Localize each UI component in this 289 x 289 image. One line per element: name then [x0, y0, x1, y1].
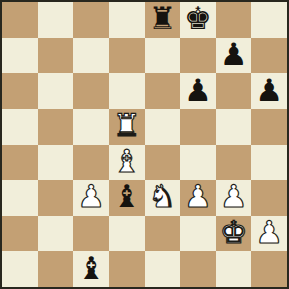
- square-f4[interactable]: [180, 145, 216, 181]
- square-a1[interactable]: [2, 251, 38, 287]
- square-g7[interactable]: ♟: [216, 38, 252, 74]
- black-king[interactable]: ♚: [184, 3, 212, 34]
- white-pawn[interactable]: ♟: [220, 181, 248, 212]
- square-d7[interactable]: [109, 38, 145, 74]
- black-pawn[interactable]: ♟: [184, 75, 212, 106]
- square-f1[interactable]: [180, 251, 216, 287]
- square-e2[interactable]: [145, 216, 181, 252]
- square-b8[interactable]: [38, 2, 74, 38]
- square-h7[interactable]: [251, 38, 287, 74]
- square-a3[interactable]: [2, 180, 38, 216]
- square-d1[interactable]: [109, 251, 145, 287]
- square-b6[interactable]: [38, 73, 74, 109]
- square-d3[interactable]: ♝: [109, 180, 145, 216]
- square-f2[interactable]: [180, 216, 216, 252]
- square-g1[interactable]: [216, 251, 252, 287]
- white-knight[interactable]: ♞: [148, 181, 176, 212]
- square-d2[interactable]: [109, 216, 145, 252]
- square-e3[interactable]: ♞: [145, 180, 181, 216]
- square-a8[interactable]: [2, 2, 38, 38]
- square-c4[interactable]: [73, 145, 109, 181]
- square-a4[interactable]: [2, 145, 38, 181]
- square-c6[interactable]: [73, 73, 109, 109]
- white-pawn[interactable]: ♟: [77, 181, 105, 212]
- square-h3[interactable]: [251, 180, 287, 216]
- square-h4[interactable]: [251, 145, 287, 181]
- square-c3[interactable]: ♟: [73, 180, 109, 216]
- black-rook[interactable]: ♜: [148, 3, 176, 34]
- square-f8[interactable]: ♚: [180, 2, 216, 38]
- square-e4[interactable]: [145, 145, 181, 181]
- square-f6[interactable]: ♟: [180, 73, 216, 109]
- white-rook[interactable]: ♜: [113, 110, 141, 141]
- black-bishop[interactable]: ♝: [77, 253, 105, 284]
- square-h8[interactable]: [251, 2, 287, 38]
- square-a6[interactable]: [2, 73, 38, 109]
- square-b1[interactable]: [38, 251, 74, 287]
- square-h1[interactable]: [251, 251, 287, 287]
- square-g3[interactable]: ♟: [216, 180, 252, 216]
- square-b2[interactable]: [38, 216, 74, 252]
- white-bishop[interactable]: ♝: [113, 146, 141, 177]
- square-h2[interactable]: ♟: [251, 216, 287, 252]
- square-d4[interactable]: ♝: [109, 145, 145, 181]
- square-c8[interactable]: [73, 2, 109, 38]
- square-d6[interactable]: [109, 73, 145, 109]
- square-e8[interactable]: ♜: [145, 2, 181, 38]
- white-king[interactable]: ♚: [220, 217, 248, 248]
- square-c1[interactable]: ♝: [73, 251, 109, 287]
- square-e6[interactable]: [145, 73, 181, 109]
- square-f5[interactable]: [180, 109, 216, 145]
- square-a2[interactable]: [2, 216, 38, 252]
- square-f3[interactable]: ♟: [180, 180, 216, 216]
- square-c7[interactable]: [73, 38, 109, 74]
- square-e7[interactable]: [145, 38, 181, 74]
- square-a5[interactable]: [2, 109, 38, 145]
- square-g6[interactable]: [216, 73, 252, 109]
- square-h6[interactable]: ♟: [251, 73, 287, 109]
- square-g5[interactable]: [216, 109, 252, 145]
- white-pawn[interactable]: ♟: [255, 217, 283, 248]
- square-d8[interactable]: [109, 2, 145, 38]
- square-d5[interactable]: ♜: [109, 109, 145, 145]
- square-b7[interactable]: [38, 38, 74, 74]
- chess-board: ♜♚♟♟♟♜♝♟♝♞♟♟♚♟♝: [0, 0, 289, 289]
- white-pawn[interactable]: ♟: [184, 181, 212, 212]
- black-pawn[interactable]: ♟: [255, 75, 283, 106]
- black-pawn[interactable]: ♟: [220, 39, 248, 70]
- square-g4[interactable]: [216, 145, 252, 181]
- square-f7[interactable]: [180, 38, 216, 74]
- square-c2[interactable]: [73, 216, 109, 252]
- square-b4[interactable]: [38, 145, 74, 181]
- square-e1[interactable]: [145, 251, 181, 287]
- square-g8[interactable]: [216, 2, 252, 38]
- black-bishop[interactable]: ♝: [113, 181, 141, 212]
- square-c5[interactable]: [73, 109, 109, 145]
- square-b3[interactable]: [38, 180, 74, 216]
- square-a7[interactable]: [2, 38, 38, 74]
- square-e5[interactable]: [145, 109, 181, 145]
- square-b5[interactable]: [38, 109, 74, 145]
- square-h5[interactable]: [251, 109, 287, 145]
- square-g2[interactable]: ♚: [216, 216, 252, 252]
